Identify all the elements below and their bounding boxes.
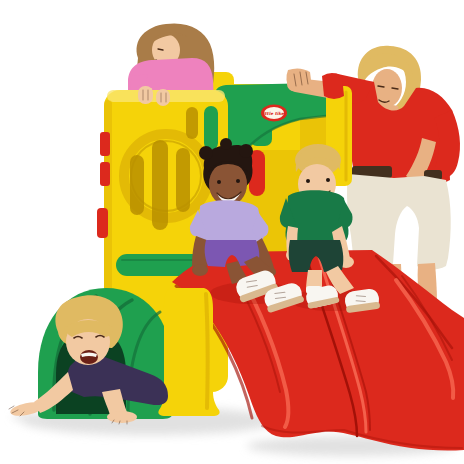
toddler-hair-bun-right [239,144,253,158]
panel-red-grip-1 [100,132,110,156]
toddler-eye-right [236,179,240,183]
boy-green-eye-right [326,178,330,182]
panel-slot-left [130,155,144,215]
screenshot-root: little tikes [0,0,464,464]
product-photo-canvas: little tikes [0,0,464,464]
brand-logo: little tikes [261,105,287,122]
panel-green-slot-upper [204,106,218,150]
toddler-eye-left [217,180,221,184]
boy-crawling-mouth [80,350,98,364]
boy-crawling-hand-right [107,411,137,423]
brand-logo-text: little tikes [261,111,287,116]
panel-slot-right [176,148,190,212]
panel-slot-upper [186,107,198,139]
girl-top-hand-2 [156,89,170,106]
woman-left-cuff [322,73,344,99]
toddler-hair-bun-left [199,146,213,160]
woman-left-hand [286,68,312,91]
girl-top-hand-1 [138,86,153,104]
panel-red-grip-2 [100,162,110,186]
toddler-hand-left [192,264,208,276]
toddler-hair-bun-top [220,138,232,150]
panel-red-grip-3 [97,208,108,238]
post-shade [206,294,208,408]
boy-green-eye-left [306,179,310,183]
panel-slot-center [152,140,168,230]
